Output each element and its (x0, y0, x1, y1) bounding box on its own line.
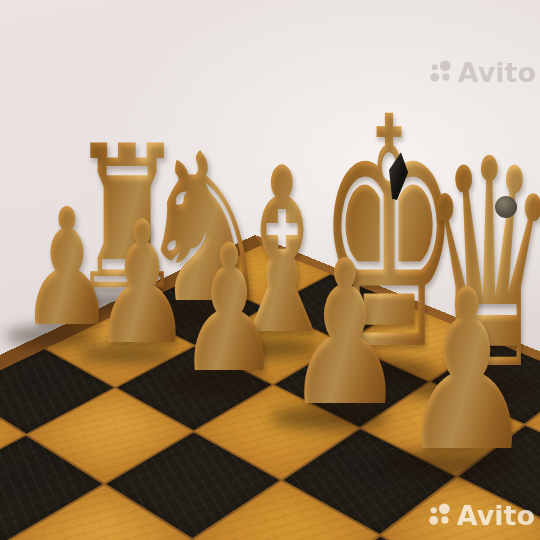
queen-dark-ball (495, 196, 517, 218)
avito-watermark-text: Avito (457, 500, 535, 531)
king-black-finial (383, 151, 413, 202)
chess-board (0, 235, 540, 540)
listing-photo: ♜♞♟♝♟♚♟♛♟♟ Avito Avito (0, 0, 540, 540)
avito-watermark-top: Avito (428, 57, 536, 88)
avito-watermark-text: Avito (458, 57, 536, 88)
avito-logo-icon (428, 60, 453, 85)
avito-watermark-bottom: Avito (427, 500, 535, 531)
avito-logo-icon (427, 503, 452, 528)
